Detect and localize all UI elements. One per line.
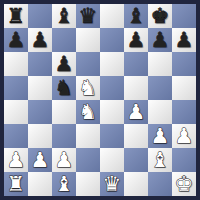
black-bishop-piece: ♝ bbox=[55, 4, 74, 28]
square-d6[interactable] bbox=[76, 52, 100, 76]
square-e3[interactable] bbox=[100, 124, 124, 148]
square-h1[interactable]: ♚ bbox=[172, 172, 196, 196]
square-f4[interactable]: ♟ bbox=[124, 100, 148, 124]
square-h5[interactable] bbox=[172, 76, 196, 100]
square-f2[interactable] bbox=[124, 148, 148, 172]
square-c6[interactable]: ♟ bbox=[52, 52, 76, 76]
square-e8[interactable] bbox=[100, 4, 124, 28]
black-pawn-piece: ♟ bbox=[7, 28, 26, 52]
square-b2[interactable]: ♟ bbox=[28, 148, 52, 172]
white-bishop-piece: ♝ bbox=[55, 172, 74, 196]
square-g2[interactable]: ♝ bbox=[148, 148, 172, 172]
black-pawn-piece: ♟ bbox=[31, 28, 50, 52]
square-f7[interactable]: ♟ bbox=[124, 28, 148, 52]
square-f5[interactable] bbox=[124, 76, 148, 100]
square-d5[interactable]: ♞ bbox=[76, 76, 100, 100]
black-king-piece: ♚ bbox=[151, 4, 170, 28]
square-b3[interactable] bbox=[28, 124, 52, 148]
white-pawn-piece: ♟ bbox=[31, 148, 50, 172]
black-rook-piece: ♜ bbox=[7, 4, 26, 28]
square-g6[interactable] bbox=[148, 52, 172, 76]
square-h7[interactable]: ♟ bbox=[172, 28, 196, 52]
square-g4[interactable] bbox=[148, 100, 172, 124]
square-f1[interactable] bbox=[124, 172, 148, 196]
square-a4[interactable] bbox=[4, 100, 28, 124]
square-a1[interactable]: ♜ bbox=[4, 172, 28, 196]
square-c1[interactable]: ♝ bbox=[52, 172, 76, 196]
square-a3[interactable] bbox=[4, 124, 28, 148]
square-e1[interactable]: ♛ bbox=[100, 172, 124, 196]
square-e4[interactable] bbox=[100, 100, 124, 124]
square-e5[interactable] bbox=[100, 76, 124, 100]
square-b7[interactable]: ♟ bbox=[28, 28, 52, 52]
square-c4[interactable] bbox=[52, 100, 76, 124]
board-frame: ♜♝♛♝♚♟♟♟♟♟♟♞♞♞♟♟♟♟♟♟♝♜♝♛♚ bbox=[0, 0, 200, 200]
black-pawn-piece: ♟ bbox=[55, 52, 74, 76]
square-b6[interactable] bbox=[28, 52, 52, 76]
square-c7[interactable] bbox=[52, 28, 76, 52]
white-pawn-piece: ♟ bbox=[7, 148, 26, 172]
square-g7[interactable]: ♟ bbox=[148, 28, 172, 52]
square-a6[interactable] bbox=[4, 52, 28, 76]
square-c8[interactable]: ♝ bbox=[52, 4, 76, 28]
white-king-piece: ♚ bbox=[175, 172, 194, 196]
square-h6[interactable] bbox=[172, 52, 196, 76]
white-queen-piece: ♛ bbox=[103, 172, 122, 196]
square-f8[interactable]: ♝ bbox=[124, 4, 148, 28]
square-b1[interactable] bbox=[28, 172, 52, 196]
black-knight-piece: ♞ bbox=[55, 76, 74, 100]
chess-board: ♜♝♛♝♚♟♟♟♟♟♟♞♞♞♟♟♟♟♟♟♝♜♝♛♚ bbox=[4, 4, 196, 196]
square-h4[interactable] bbox=[172, 100, 196, 124]
square-g1[interactable] bbox=[148, 172, 172, 196]
black-pawn-piece: ♟ bbox=[151, 28, 170, 52]
black-pawn-piece: ♟ bbox=[175, 28, 194, 52]
black-pawn-piece: ♟ bbox=[127, 28, 146, 52]
square-g3[interactable]: ♟ bbox=[148, 124, 172, 148]
white-pawn-piece: ♟ bbox=[127, 100, 146, 124]
square-b5[interactable] bbox=[28, 76, 52, 100]
square-d2[interactable] bbox=[76, 148, 100, 172]
white-knight-piece: ♞ bbox=[79, 100, 98, 124]
square-e7[interactable] bbox=[100, 28, 124, 52]
square-e6[interactable] bbox=[100, 52, 124, 76]
square-c2[interactable]: ♟ bbox=[52, 148, 76, 172]
square-a5[interactable] bbox=[4, 76, 28, 100]
black-bishop-piece: ♝ bbox=[127, 4, 146, 28]
square-e2[interactable] bbox=[100, 148, 124, 172]
square-d4[interactable]: ♞ bbox=[76, 100, 100, 124]
square-g5[interactable] bbox=[148, 76, 172, 100]
square-d8[interactable]: ♛ bbox=[76, 4, 100, 28]
white-knight-piece: ♞ bbox=[79, 76, 98, 100]
white-bishop-piece: ♝ bbox=[151, 148, 170, 172]
square-h2[interactable] bbox=[172, 148, 196, 172]
square-a7[interactable]: ♟ bbox=[4, 28, 28, 52]
square-d7[interactable] bbox=[76, 28, 100, 52]
square-b8[interactable] bbox=[28, 4, 52, 28]
black-queen-piece: ♛ bbox=[79, 4, 98, 28]
square-h3[interactable]: ♟ bbox=[172, 124, 196, 148]
square-g8[interactable]: ♚ bbox=[148, 4, 172, 28]
white-pawn-piece: ♟ bbox=[175, 124, 194, 148]
square-d3[interactable] bbox=[76, 124, 100, 148]
square-a2[interactable]: ♟ bbox=[4, 148, 28, 172]
square-f6[interactable] bbox=[124, 52, 148, 76]
square-b4[interactable] bbox=[28, 100, 52, 124]
square-c3[interactable] bbox=[52, 124, 76, 148]
square-c5[interactable]: ♞ bbox=[52, 76, 76, 100]
square-h8[interactable] bbox=[172, 4, 196, 28]
square-a8[interactable]: ♜ bbox=[4, 4, 28, 28]
white-pawn-piece: ♟ bbox=[55, 148, 74, 172]
square-d1[interactable] bbox=[76, 172, 100, 196]
white-rook-piece: ♜ bbox=[7, 172, 26, 196]
square-f3[interactable] bbox=[124, 124, 148, 148]
white-pawn-piece: ♟ bbox=[151, 124, 170, 148]
